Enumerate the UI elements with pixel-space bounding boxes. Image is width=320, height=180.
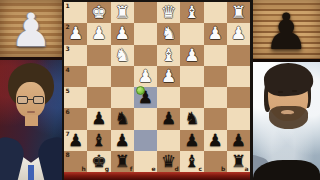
glasses-left-lens	[17, 96, 28, 104]
square-d2[interactable]: ♞	[157, 23, 180, 44]
square-f3[interactable]: ♞	[111, 45, 134, 66]
black-pawn: ♟	[115, 132, 130, 149]
square-e4[interactable]: ♟	[134, 66, 157, 87]
rank-label-4: 4	[66, 67, 70, 73]
board-grid: 1♚♜♛♝♜2♟♟♟♞♟♟3♞♝♟4♟♟5♟6♟♞♟♞7♟♝♟♟♟♟8hg♚f♜…	[64, 2, 250, 172]
white-king: ♚	[91, 4, 106, 21]
white-pawn: ♟	[138, 68, 153, 85]
rank-label-1: 1	[66, 3, 70, 9]
white-pawn-icon: ♟	[10, 7, 51, 53]
square-b7[interactable]: ♟	[204, 130, 227, 151]
black-rook: ♜	[115, 153, 130, 170]
square-b1[interactable]	[204, 2, 227, 23]
square-g7[interactable]: ♝	[87, 130, 110, 151]
square-a7[interactable]: ♟	[227, 130, 250, 151]
square-e2[interactable]	[134, 23, 157, 44]
square-d8[interactable]: d♛	[157, 151, 180, 172]
square-a6[interactable]	[227, 108, 250, 129]
black-side-panel: ♟	[253, 0, 320, 180]
file-label-g: g	[105, 166, 109, 172]
file-label-e: e	[151, 166, 155, 172]
square-f6[interactable]: ♞	[111, 108, 134, 129]
square-e5[interactable]: ♟	[134, 87, 157, 108]
board-bottom-frame	[64, 172, 250, 180]
square-a2[interactable]: ♟	[227, 23, 250, 44]
square-d7[interactable]	[157, 130, 180, 151]
black-bishop: ♝	[91, 132, 106, 149]
square-e7[interactable]	[134, 130, 157, 151]
white-rook: ♜	[231, 4, 246, 21]
square-f8[interactable]: f♜	[111, 151, 134, 172]
black-pawn-tile: ♟	[253, 0, 320, 62]
rank-label-6: 6	[66, 109, 70, 115]
black-player-photo	[253, 62, 320, 180]
square-d4[interactable]: ♟	[157, 66, 180, 87]
white-pawn: ♟	[161, 68, 176, 85]
white-bishop: ♝	[184, 4, 199, 21]
file-label-b: b	[221, 166, 225, 172]
neck-shape	[25, 115, 38, 126]
file-label-a: a	[244, 166, 248, 172]
glasses-bridge	[28, 99, 33, 100]
white-side-panel: ♟	[0, 0, 62, 180]
square-a8[interactable]: a♜	[227, 151, 250, 172]
white-pawn: ♟	[184, 47, 199, 64]
square-c5[interactable]	[180, 87, 203, 108]
square-g2[interactable]: ♟	[87, 23, 110, 44]
square-h2[interactable]: 2♟	[64, 23, 87, 44]
rank-label-7: 7	[66, 131, 70, 137]
blue-tie-shape	[28, 165, 34, 180]
square-e8[interactable]: e	[134, 151, 157, 172]
file-label-h: h	[81, 166, 85, 172]
black-bishop: ♝	[184, 153, 199, 170]
square-c7[interactable]: ♟	[180, 130, 203, 151]
square-h5[interactable]: 5	[64, 87, 87, 108]
white-pawn: ♟	[68, 25, 83, 42]
square-f2[interactable]: ♟	[111, 23, 134, 44]
square-d5[interactable]	[157, 87, 180, 108]
black-pawn: ♟	[91, 110, 106, 127]
right-eye-shape	[292, 90, 297, 92]
square-f1[interactable]: ♜	[111, 2, 134, 23]
white-bishop: ♝	[161, 47, 176, 64]
square-a1[interactable]: ♜	[227, 2, 250, 23]
square-b6[interactable]	[204, 108, 227, 129]
black-pawn: ♟	[231, 132, 246, 149]
square-d3[interactable]: ♝	[157, 45, 180, 66]
square-f4[interactable]	[111, 66, 134, 87]
square-g8[interactable]: g♚	[87, 151, 110, 172]
square-h4[interactable]: 4	[64, 66, 87, 87]
white-knight: ♞	[161, 25, 176, 42]
square-c3[interactable]: ♟	[180, 45, 203, 66]
rank-label-5: 5	[66, 88, 70, 94]
square-b4[interactable]	[204, 66, 227, 87]
square-a5[interactable]	[227, 87, 250, 108]
square-e6[interactable]	[134, 108, 157, 129]
rank-label-3: 3	[66, 46, 70, 52]
rank-label-8: 8	[66, 152, 70, 158]
square-c6[interactable]: ♞	[180, 108, 203, 129]
chess-board: 1♚♜♛♝♜2♟♟♟♞♟♟3♞♝♟4♟♟5♟6♟♞♟♞7♟♝♟♟♟♟8hg♚f♜…	[62, 0, 253, 180]
square-f5[interactable]	[111, 87, 134, 108]
white-pawn: ♟	[115, 25, 130, 42]
square-b3[interactable]	[204, 45, 227, 66]
black-pawn-icon: ♟	[264, 7, 309, 57]
black-knight: ♞	[115, 110, 130, 127]
file-label-f: f	[130, 166, 133, 172]
mouth-shape	[27, 111, 35, 113]
square-c8[interactable]: c♝	[180, 151, 203, 172]
white-pawn: ♟	[91, 25, 106, 42]
square-a4[interactable]	[227, 66, 250, 87]
square-g3[interactable]	[87, 45, 110, 66]
smile-shape	[281, 110, 294, 115]
file-label-c: c	[198, 166, 202, 172]
black-pawn: ♟	[184, 132, 199, 149]
square-h7[interactable]: 7♟	[64, 130, 87, 151]
glasses-right-lens	[33, 96, 44, 104]
white-rook: ♜	[115, 4, 130, 21]
left-eye-shape	[278, 91, 283, 93]
black-pawn: ♟	[208, 132, 223, 149]
square-f7[interactable]: ♟	[111, 130, 134, 151]
rank-label-2: 2	[66, 24, 70, 30]
white-pawn: ♟	[231, 25, 246, 42]
white-pawn: ♟	[208, 25, 223, 42]
square-e3[interactable]	[134, 45, 157, 66]
square-g1[interactable]: ♚	[87, 2, 110, 23]
square-h3[interactable]: 3	[64, 45, 87, 66]
file-label-d: d	[174, 166, 178, 172]
white-player-photo	[0, 60, 62, 180]
square-e1[interactable]	[134, 2, 157, 23]
screenshot-root: ♟ 1♚♜♛♝♜2♟♟♟♞♟♟3♞♝♟4♟♟5♟6♟♞♟♞7♟♝♟♟♟♟8hg♚…	[0, 0, 320, 180]
square-d6[interactable]: ♟	[157, 108, 180, 129]
square-a3[interactable]	[227, 45, 250, 66]
square-g4[interactable]	[87, 66, 110, 87]
square-h8[interactable]: 8h	[64, 151, 87, 172]
square-b8[interactable]: b	[204, 151, 227, 172]
square-c4[interactable]	[180, 66, 203, 87]
black-pawn: ♟	[161, 110, 176, 127]
square-g6[interactable]: ♟	[87, 108, 110, 129]
white-queen: ♛	[161, 4, 176, 21]
square-g5[interactable]	[87, 87, 110, 108]
square-c1[interactable]: ♝	[180, 2, 203, 23]
black-knight: ♞	[184, 110, 199, 127]
square-h6[interactable]: 6	[64, 108, 87, 129]
square-c2[interactable]	[180, 23, 203, 44]
move-quality-dot	[136, 86, 145, 95]
black-pawn: ♟	[68, 132, 83, 149]
square-b5[interactable]	[204, 87, 227, 108]
white-pawn-tile: ♟	[0, 0, 62, 60]
square-h1[interactable]: 1	[64, 2, 87, 23]
white-knight: ♞	[115, 47, 130, 64]
square-d1[interactable]: ♛	[157, 2, 180, 23]
square-b2[interactable]: ♟	[204, 23, 227, 44]
